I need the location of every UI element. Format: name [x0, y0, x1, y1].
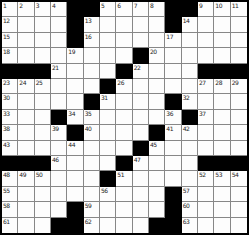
white-cell[interactable]: [214, 110, 230, 125]
clue-number: 14: [183, 17, 190, 24]
white-cell[interactable]: [182, 141, 198, 156]
white-cell[interactable]: 55: [2, 187, 18, 202]
white-cell[interactable]: [182, 64, 198, 79]
white-cell[interactable]: 17: [165, 33, 181, 48]
white-cell[interactable]: 28: [214, 79, 230, 94]
white-cell[interactable]: 35: [84, 110, 100, 125]
white-cell[interactable]: [214, 33, 230, 48]
white-cell[interactable]: [198, 94, 214, 109]
black-cell: [214, 156, 230, 171]
white-cell[interactable]: 57: [182, 187, 198, 202]
white-cell[interactable]: [84, 171, 100, 186]
white-cell[interactable]: 34: [67, 110, 83, 125]
white-cell[interactable]: [51, 17, 67, 32]
white-cell[interactable]: [116, 17, 132, 32]
white-cell[interactable]: [51, 187, 67, 202]
white-cell[interactable]: [214, 187, 230, 202]
white-cell[interactable]: [84, 156, 100, 171]
clue-number: 12: [3, 17, 10, 24]
black-cell: [18, 64, 34, 79]
white-cell[interactable]: [100, 17, 116, 32]
clue-number: 33: [3, 110, 10, 117]
white-cell[interactable]: [18, 110, 34, 125]
clue-number: 19: [68, 48, 75, 55]
white-cell[interactable]: 13: [84, 17, 100, 32]
white-cell[interactable]: [198, 48, 214, 63]
clue-number: 45: [150, 141, 157, 148]
clue-number: 37: [199, 110, 206, 117]
clue-number: 21: [52, 64, 59, 71]
clue-number: 7: [134, 2, 137, 9]
clue-number: 52: [199, 171, 206, 178]
white-cell[interactable]: 41: [165, 125, 181, 140]
clue-number: 55: [3, 187, 10, 194]
white-cell[interactable]: 25: [35, 79, 51, 94]
white-cell[interactable]: 23: [2, 79, 18, 94]
white-cell[interactable]: [133, 94, 149, 109]
white-cell[interactable]: 60: [182, 202, 198, 217]
white-cell[interactable]: [35, 17, 51, 32]
black-cell: [165, 187, 181, 202]
clue-number: 40: [85, 125, 92, 132]
white-cell[interactable]: [84, 48, 100, 63]
black-cell: [198, 156, 214, 171]
clue-number: 15: [3, 33, 10, 40]
black-cell: [18, 156, 34, 171]
white-cell[interactable]: [133, 79, 149, 94]
white-cell[interactable]: [100, 110, 116, 125]
clue-number: 51: [117, 171, 124, 178]
white-cell[interactable]: [165, 171, 181, 186]
white-cell[interactable]: [100, 141, 116, 156]
white-cell[interactable]: 59: [84, 202, 100, 217]
clue-number: 54: [232, 171, 239, 178]
white-cell[interactable]: [84, 64, 100, 79]
clue-number: 22: [134, 64, 141, 71]
white-cell[interactable]: [231, 33, 247, 48]
white-cell[interactable]: 16: [84, 33, 100, 48]
white-cell[interactable]: 15: [2, 33, 18, 48]
white-cell[interactable]: [231, 17, 247, 32]
white-cell[interactable]: [67, 94, 83, 109]
black-cell: [67, 33, 83, 48]
clue-number: 38: [3, 125, 10, 132]
white-cell[interactable]: 49: [18, 171, 34, 186]
clue-number: 2: [19, 2, 22, 9]
white-cell[interactable]: [51, 141, 67, 156]
white-cell[interactable]: [149, 202, 165, 217]
white-cell[interactable]: [231, 202, 247, 217]
clue-number: 27: [199, 79, 206, 86]
clue-number: 59: [85, 202, 92, 209]
clue-number: 25: [36, 79, 43, 86]
white-cell[interactable]: [18, 125, 34, 140]
white-cell[interactable]: 22: [133, 64, 149, 79]
black-cell: [231, 64, 247, 79]
white-cell[interactable]: 50: [35, 171, 51, 186]
white-cell[interactable]: [214, 48, 230, 63]
white-cell[interactable]: 36: [165, 110, 181, 125]
white-cell[interactable]: [67, 171, 83, 186]
white-cell[interactable]: [100, 202, 116, 217]
black-cell: [84, 94, 100, 109]
black-cell: [67, 2, 83, 17]
white-cell[interactable]: [149, 64, 165, 79]
white-cell[interactable]: [51, 33, 67, 48]
black-cell: [67, 125, 83, 140]
black-cell: [165, 218, 181, 233]
clue-number: 6: [117, 2, 120, 9]
clue-number: 44: [68, 141, 75, 148]
white-cell[interactable]: [182, 171, 198, 186]
white-cell[interactable]: [149, 33, 165, 48]
white-cell[interactable]: [133, 202, 149, 217]
white-cell[interactable]: [182, 156, 198, 171]
clue-number: 36: [166, 110, 173, 117]
white-cell[interactable]: [214, 125, 230, 140]
white-cell[interactable]: [116, 125, 132, 140]
white-cell[interactable]: 12: [2, 17, 18, 32]
white-cell[interactable]: [231, 48, 247, 63]
clue-number: 30: [3, 94, 10, 101]
clue-number: 42: [183, 125, 190, 132]
white-cell[interactable]: [231, 110, 247, 125]
white-cell[interactable]: [149, 187, 165, 202]
clue-number: 41: [166, 125, 173, 132]
white-cell[interactable]: [182, 48, 198, 63]
white-cell[interactable]: 21: [51, 64, 67, 79]
white-cell[interactable]: 39: [51, 125, 67, 140]
white-cell[interactable]: [51, 94, 67, 109]
white-cell[interactable]: [67, 187, 83, 202]
black-cell: [67, 17, 83, 32]
white-cell[interactable]: 62: [84, 218, 100, 233]
white-cell[interactable]: [165, 156, 181, 171]
black-cell: [165, 2, 181, 17]
clue-number: 61: [3, 218, 10, 225]
black-cell: [84, 2, 100, 17]
clue-number: 57: [183, 187, 190, 194]
white-cell[interactable]: [18, 187, 34, 202]
white-cell[interactable]: [133, 110, 149, 125]
black-cell: [100, 171, 116, 186]
white-cell[interactable]: [51, 79, 67, 94]
white-cell[interactable]: [100, 125, 116, 140]
clue-number: 26: [117, 79, 124, 86]
white-cell[interactable]: [149, 110, 165, 125]
white-cell[interactable]: [133, 33, 149, 48]
white-cell[interactable]: [35, 110, 51, 125]
clue-number: 62: [85, 218, 92, 225]
white-cell[interactable]: [84, 79, 100, 94]
clue-number: 9: [199, 2, 202, 9]
black-cell: [100, 79, 116, 94]
white-cell[interactable]: [18, 48, 34, 63]
white-cell[interactable]: [116, 187, 132, 202]
white-cell[interactable]: 40: [84, 125, 100, 140]
white-cell[interactable]: [84, 141, 100, 156]
white-cell[interactable]: [35, 33, 51, 48]
white-cell[interactable]: [198, 141, 214, 156]
black-cell: [116, 64, 132, 79]
white-cell[interactable]: 33: [2, 110, 18, 125]
clue-number: 50: [36, 171, 43, 178]
clue-number: 35: [85, 110, 92, 117]
black-cell: [67, 218, 83, 233]
clue-number: 47: [134, 156, 141, 163]
white-cell[interactable]: [133, 218, 149, 233]
white-cell[interactable]: [100, 218, 116, 233]
black-cell: [35, 156, 51, 171]
white-cell[interactable]: [231, 94, 247, 109]
black-cell: [2, 64, 18, 79]
white-cell[interactable]: [214, 202, 230, 217]
white-cell[interactable]: 63: [182, 218, 198, 233]
clue-number: 48: [3, 171, 10, 178]
white-cell[interactable]: [51, 48, 67, 63]
black-cell: [165, 17, 181, 32]
black-cell: [198, 64, 214, 79]
white-cell[interactable]: [165, 79, 181, 94]
white-cell[interactable]: 5: [100, 2, 116, 17]
white-cell[interactable]: [214, 218, 230, 233]
white-cell[interactable]: [67, 64, 83, 79]
white-cell[interactable]: [84, 187, 100, 202]
white-cell[interactable]: [35, 218, 51, 233]
white-cell[interactable]: 58: [2, 202, 18, 217]
white-cell[interactable]: 45: [149, 141, 165, 156]
clue-number: 23: [3, 79, 10, 86]
clue-number: 63: [183, 218, 190, 225]
black-cell: [165, 94, 181, 109]
white-cell[interactable]: [149, 156, 165, 171]
white-cell[interactable]: [231, 218, 247, 233]
white-cell[interactable]: [35, 125, 51, 140]
black-cell: [51, 218, 67, 233]
white-cell[interactable]: 30: [2, 94, 18, 109]
clue-number: 46: [52, 156, 59, 163]
white-cell[interactable]: [198, 202, 214, 217]
white-cell[interactable]: [67, 156, 83, 171]
white-cell[interactable]: 61: [2, 218, 18, 233]
white-cell[interactable]: 6: [116, 2, 132, 17]
clue-number: 3: [36, 2, 39, 9]
clue-number: 49: [19, 171, 26, 178]
clue-number: 28: [215, 79, 222, 86]
black-cell: [133, 141, 149, 156]
clue-number: 29: [232, 79, 239, 86]
clue-number: 16: [85, 33, 92, 40]
white-cell[interactable]: [100, 64, 116, 79]
white-cell[interactable]: 42: [182, 125, 198, 140]
white-cell[interactable]: 14: [182, 17, 198, 32]
white-cell[interactable]: [149, 79, 165, 94]
white-cell[interactable]: [149, 171, 165, 186]
white-cell[interactable]: 31: [100, 94, 116, 109]
clue-number: 4: [52, 2, 55, 9]
white-cell[interactable]: [198, 125, 214, 140]
clue-number: 34: [68, 110, 75, 117]
white-cell[interactable]: [18, 218, 34, 233]
white-cell[interactable]: 52: [198, 171, 214, 186]
clue-number: 20: [150, 48, 157, 55]
white-cell[interactable]: [116, 94, 132, 109]
white-cell[interactable]: [35, 202, 51, 217]
white-cell[interactable]: [165, 48, 181, 63]
white-cell[interactable]: [214, 94, 230, 109]
white-cell[interactable]: [116, 48, 132, 63]
clue-number: 10: [215, 2, 222, 9]
white-cell[interactable]: 38: [2, 125, 18, 140]
white-cell[interactable]: 37: [198, 110, 214, 125]
clue-number: 1: [3, 2, 6, 9]
black-cell: [231, 156, 247, 171]
white-cell[interactable]: [149, 94, 165, 109]
black-cell: [67, 202, 83, 217]
black-cell: [2, 156, 18, 171]
white-cell[interactable]: [35, 94, 51, 109]
white-cell[interactable]: [35, 48, 51, 63]
white-cell[interactable]: [116, 110, 132, 125]
white-cell[interactable]: 32: [182, 94, 198, 109]
clue-number: 31: [101, 94, 108, 101]
white-cell[interactable]: 29: [231, 79, 247, 94]
black-cell: [133, 48, 149, 63]
white-cell[interactable]: [165, 141, 181, 156]
white-cell[interactable]: [198, 218, 214, 233]
black-cell: [214, 64, 230, 79]
white-cell[interactable]: [116, 202, 132, 217]
white-cell[interactable]: [198, 187, 214, 202]
clue-number: 18: [3, 48, 10, 55]
white-cell[interactable]: 46: [51, 156, 67, 171]
black-cell: [149, 125, 165, 140]
white-cell[interactable]: 9: [198, 2, 214, 17]
white-cell[interactable]: [231, 141, 247, 156]
white-cell[interactable]: [149, 17, 165, 32]
white-cell[interactable]: 18: [2, 48, 18, 63]
clue-number: 43: [3, 141, 10, 148]
black-cell: [149, 218, 165, 233]
white-cell[interactable]: 4: [51, 2, 67, 17]
clue-number: 11: [232, 2, 239, 9]
white-cell[interactable]: 53: [214, 171, 230, 186]
black-cell: [35, 64, 51, 79]
white-cell[interactable]: [35, 187, 51, 202]
white-cell[interactable]: [35, 141, 51, 156]
white-cell[interactable]: 26: [116, 79, 132, 94]
white-cell[interactable]: [231, 125, 247, 140]
white-cell[interactable]: [18, 202, 34, 217]
white-cell[interactable]: [51, 202, 67, 217]
white-cell[interactable]: 48: [2, 171, 18, 186]
white-cell[interactable]: 8: [149, 2, 165, 17]
white-cell[interactable]: 11: [231, 2, 247, 17]
white-cell[interactable]: 2: [18, 2, 34, 17]
white-cell[interactable]: [18, 94, 34, 109]
white-cell[interactable]: [100, 48, 116, 63]
white-cell[interactable]: [67, 79, 83, 94]
white-cell[interactable]: 7: [133, 2, 149, 17]
clue-number: 24: [19, 79, 26, 86]
clue-number: 8: [150, 2, 153, 9]
clue-number: 53: [215, 171, 222, 178]
white-cell[interactable]: [18, 17, 34, 32]
white-cell[interactable]: 43: [2, 141, 18, 156]
clue-number: 58: [3, 202, 10, 209]
white-cell[interactable]: [116, 141, 132, 156]
white-cell[interactable]: [100, 33, 116, 48]
white-cell[interactable]: 19: [67, 48, 83, 63]
white-cell[interactable]: 54: [231, 171, 247, 186]
white-cell[interactable]: [214, 141, 230, 156]
white-cell[interactable]: [133, 187, 149, 202]
clue-number: 60: [183, 202, 190, 209]
white-cell[interactable]: 47: [133, 156, 149, 171]
white-cell[interactable]: 1: [2, 2, 18, 17]
white-cell[interactable]: [182, 33, 198, 48]
white-cell[interactable]: [133, 171, 149, 186]
white-cell[interactable]: [133, 17, 149, 32]
clue-number: 56: [101, 187, 108, 194]
white-cell[interactable]: [231, 187, 247, 202]
white-cell[interactable]: [18, 141, 34, 156]
black-cell: [51, 110, 67, 125]
white-cell[interactable]: [51, 171, 67, 186]
white-cell[interactable]: [165, 64, 181, 79]
white-cell[interactable]: 44: [67, 141, 83, 156]
black-cell: [182, 2, 198, 17]
white-cell[interactable]: [198, 17, 214, 32]
white-cell[interactable]: 27: [198, 79, 214, 94]
clue-number: 39: [52, 125, 59, 132]
white-cell[interactable]: [182, 79, 198, 94]
white-cell[interactable]: 3: [35, 2, 51, 17]
white-cell[interactable]: 24: [18, 79, 34, 94]
white-cell[interactable]: [18, 33, 34, 48]
clue-number: 32: [183, 94, 190, 101]
white-cell[interactable]: [214, 17, 230, 32]
black-cell: [116, 156, 132, 171]
white-cell[interactable]: [198, 33, 214, 48]
crossword-grid: 1234567891011121314151617181920212223242…: [0, 0, 249, 235]
clue-number: 13: [85, 17, 92, 24]
white-cell[interactable]: [116, 218, 132, 233]
clue-number: 17: [166, 33, 173, 40]
white-cell[interactable]: 20: [149, 48, 165, 63]
black-cell: [182, 110, 198, 125]
white-cell[interactable]: 56: [100, 187, 116, 202]
white-cell[interactable]: 51: [116, 171, 132, 186]
clue-number: 5: [101, 2, 104, 9]
white-cell[interactable]: [100, 156, 116, 171]
white-cell[interactable]: [116, 33, 132, 48]
white-cell[interactable]: [133, 125, 149, 140]
white-cell[interactable]: 10: [214, 2, 230, 17]
black-cell: [165, 202, 181, 217]
